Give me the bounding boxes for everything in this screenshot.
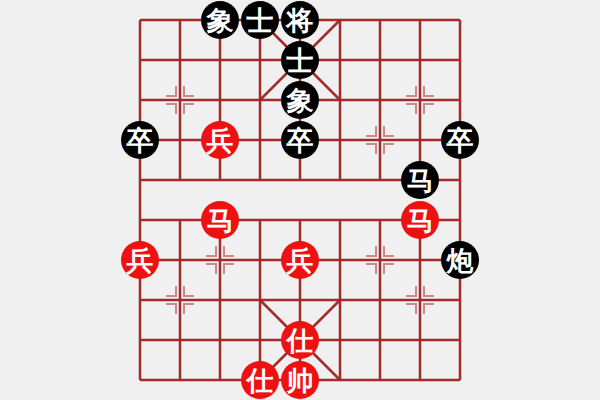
piece-black-general[interactable]: 将 — [281, 1, 319, 39]
piece-black-soldier[interactable]: 卒 — [121, 121, 159, 159]
piece-black-cannon[interactable]: 炮 — [441, 241, 479, 279]
piece-red-soldier[interactable]: 兵 — [201, 121, 239, 159]
piece-red-soldier[interactable]: 兵 — [281, 241, 319, 279]
piece-black-elephant[interactable]: 象 — [281, 81, 319, 119]
piece-red-soldier[interactable]: 兵 — [121, 241, 159, 279]
piece-black-advisor[interactable]: 士 — [241, 1, 279, 39]
piece-red-horse[interactable]: 马 — [401, 201, 439, 239]
piece-black-elephant[interactable]: 象 — [201, 1, 239, 39]
piece-black-soldier[interactable]: 卒 — [441, 121, 479, 159]
piece-black-horse[interactable]: 马 — [401, 161, 439, 199]
piece-black-advisor[interactable]: 士 — [281, 41, 319, 79]
pieces-grid: 象士将士象卒兵卒卒马马马兵兵炮仕仕帅 — [120, 0, 480, 400]
piece-red-horse[interactable]: 马 — [201, 201, 239, 239]
piece-red-advisor[interactable]: 仕 — [281, 321, 319, 359]
piece-red-advisor[interactable]: 仕 — [241, 361, 279, 399]
piece-red-general[interactable]: 帅 — [281, 361, 319, 399]
xiangqi-board[interactable]: 象士将士象卒兵卒卒马马马兵兵炮仕仕帅 — [0, 0, 600, 400]
piece-black-soldier[interactable]: 卒 — [281, 121, 319, 159]
